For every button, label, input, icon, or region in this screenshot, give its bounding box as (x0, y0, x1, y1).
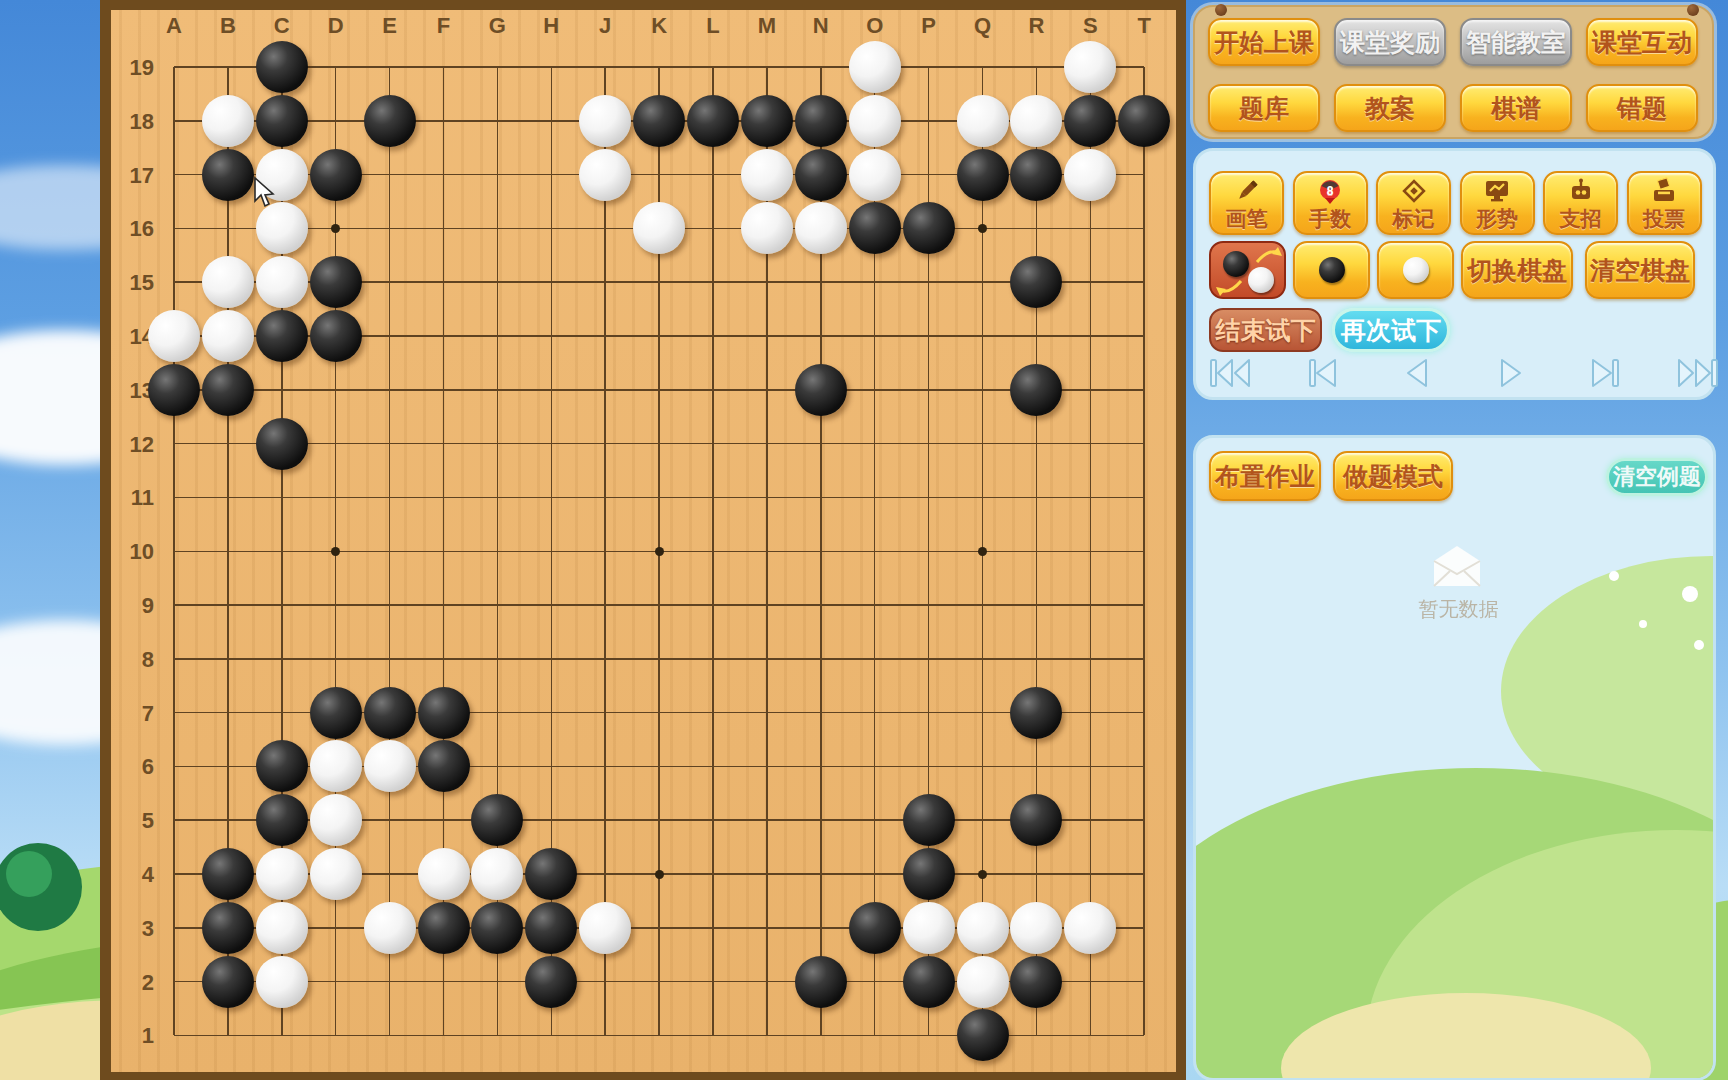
black-stone-R15 (1010, 256, 1062, 308)
white-stone-C15 (256, 256, 308, 308)
column-label: P (914, 13, 944, 39)
row-label: 9 (106, 593, 154, 619)
tool-label: 支招 (1560, 205, 1602, 233)
move-number-icon: 8 (1316, 177, 1344, 205)
select-white-stone-button[interactable] (1377, 241, 1454, 299)
grid-line-horizontal (174, 604, 1144, 606)
black-stone-P4 (903, 848, 955, 900)
deco-dot (1609, 571, 1619, 581)
white-stone-C16 (256, 202, 308, 254)
step-forward-icon (1582, 356, 1626, 390)
white-stone-icon (1403, 257, 1429, 283)
black-stone-B2 (202, 956, 254, 1008)
white-stone-F4 (418, 848, 470, 900)
alternate-stone-toggle-button[interactable] (1209, 241, 1286, 299)
black-stone-G3 (471, 902, 523, 954)
black-stone-O16 (849, 202, 901, 254)
row-label: 16 (106, 216, 154, 242)
top-button-课堂互动[interactable]: 课堂互动 (1586, 18, 1698, 66)
row-label: 11 (106, 485, 154, 511)
black-stone-R7 (1010, 687, 1062, 739)
black-stone-H3 (525, 902, 577, 954)
black-stone-S18 (1064, 95, 1116, 147)
star-point (331, 547, 340, 556)
star-point (978, 547, 987, 556)
black-stone-N13 (795, 364, 847, 416)
skip-last-icon (1676, 356, 1720, 390)
black-stone-F3 (418, 902, 470, 954)
grid-line-vertical (1090, 67, 1092, 1035)
prev-icon (1395, 356, 1439, 390)
column-label: O (860, 13, 890, 39)
top-button-智能教室[interactable]: 智能教室 (1460, 18, 1572, 66)
black-stone-H2 (525, 956, 577, 1008)
white-stone-G4 (471, 848, 523, 900)
row-label: 8 (106, 647, 154, 673)
white-stone-D5 (310, 794, 362, 846)
tool-button-支招[interactable]: 支招 (1543, 171, 1618, 235)
white-stone-icon (1248, 267, 1274, 293)
column-label: J (590, 13, 620, 39)
white-stone-S19 (1064, 41, 1116, 93)
black-stone-G5 (471, 794, 523, 846)
black-stone-K18 (633, 95, 685, 147)
next-button[interactable] (1488, 355, 1534, 391)
column-label: R (1021, 13, 1051, 39)
black-stone-B17 (202, 149, 254, 201)
tool-button-标记[interactable]: 标记 (1376, 171, 1451, 235)
homework-panel: 布置作业 做题模式 清空例题 暂无数据 (1193, 435, 1716, 1080)
top-button-棋谱[interactable]: 棋谱 (1460, 84, 1572, 132)
black-stone-T18 (1118, 95, 1170, 147)
top-button-课堂奖励[interactable]: 课堂奖励 (1334, 18, 1446, 66)
black-stone-B13 (202, 364, 254, 416)
tool-label: 投票 (1643, 205, 1685, 233)
black-stone-Q17 (957, 149, 1009, 201)
white-stone-E3 (364, 902, 416, 954)
top-button-教案[interactable]: 教案 (1334, 84, 1446, 132)
white-stone-J3 (579, 902, 631, 954)
column-label: T (1129, 13, 1159, 39)
grid-line-vertical (1036, 67, 1038, 1035)
white-stone-K16 (633, 202, 685, 254)
star-point (655, 870, 664, 879)
black-stone-B4 (202, 848, 254, 900)
black-stone-C5 (256, 794, 308, 846)
board-edge (1176, 0, 1186, 1080)
column-label: B (213, 13, 243, 39)
row-label: 6 (106, 754, 154, 780)
next-icon (1489, 356, 1533, 390)
row-label: 12 (106, 432, 154, 458)
deco-dot (1682, 586, 1698, 602)
column-label: A (159, 13, 189, 39)
white-stone-Q3 (957, 902, 1009, 954)
tool-label: 手数 (1309, 205, 1351, 233)
grid-line-horizontal (174, 658, 1144, 660)
star-point (978, 870, 987, 879)
row-label: 13 (106, 378, 154, 404)
row-label: 7 (106, 701, 154, 727)
tool-label: 画笔 (1226, 205, 1268, 233)
black-stone-N17 (795, 149, 847, 201)
top-button-错题[interactable]: 错题 (1586, 84, 1698, 132)
column-label: L (698, 13, 728, 39)
prev-button[interactable] (1394, 355, 1440, 391)
deco-dot (1694, 640, 1704, 650)
row-label: 10 (106, 539, 154, 565)
black-stone-H4 (525, 848, 577, 900)
black-stone-icon (1223, 251, 1249, 277)
pin-icon (1687, 4, 1699, 16)
deco-dot (1639, 620, 1647, 628)
black-stone-C12 (256, 418, 308, 470)
white-stone-R3 (1010, 902, 1062, 954)
skip-first-button[interactable] (1207, 355, 1253, 391)
white-stone-O18 (849, 95, 901, 147)
assign-homework-button[interactable]: 布置作业 (1209, 451, 1321, 501)
white-stone-S3 (1064, 902, 1116, 954)
white-stone-C4 (256, 848, 308, 900)
black-stone-R17 (1010, 149, 1062, 201)
mouse-cursor (252, 176, 276, 208)
column-label: Q (968, 13, 998, 39)
column-label: S (1075, 13, 1105, 39)
switch-board-button[interactable]: 切换棋盘 (1461, 241, 1573, 299)
column-label: H (536, 13, 566, 39)
black-stone-D7 (310, 687, 362, 739)
black-stone-P2 (903, 956, 955, 1008)
white-stone-N16 (795, 202, 847, 254)
star-point (655, 547, 664, 556)
row-label: 4 (106, 862, 154, 888)
pin-icon (1215, 4, 1227, 16)
black-stone-N18 (795, 95, 847, 147)
black-stone-F6 (418, 740, 470, 792)
step-back-icon (1302, 356, 1346, 390)
star-point (331, 224, 340, 233)
tool-button-形势[interactable]: 形势 (1460, 171, 1535, 235)
black-stone-L18 (687, 95, 739, 147)
top-button-开始上课[interactable]: 开始上课 (1208, 18, 1320, 66)
black-stone-icon (1319, 257, 1345, 283)
grid-line-vertical (1143, 67, 1145, 1035)
tool-button-手数[interactable]: 8手数 (1293, 171, 1368, 235)
clear-examples-button[interactable]: 清空例题 (1606, 458, 1708, 496)
column-label: F (429, 13, 459, 39)
white-stone-R18 (1010, 95, 1062, 147)
white-stone-B14 (202, 310, 254, 362)
white-stone-J17 (579, 149, 631, 201)
white-stone-D6 (310, 740, 362, 792)
skip-first-icon (1208, 356, 1252, 390)
retry-trial-button[interactable]: 再次试下 (1332, 308, 1450, 352)
white-stone-Q2 (957, 956, 1009, 1008)
tool-label: 标记 (1393, 205, 1435, 233)
board-edge (100, 0, 1186, 10)
column-label: K (644, 13, 674, 39)
go-board[interactable]: ABCDEFGHJKLMNOPQRST191817161514131211109… (100, 0, 1186, 1080)
pencil-icon (1233, 177, 1261, 205)
white-stone-E6 (364, 740, 416, 792)
territory-icon (1483, 177, 1511, 205)
black-stone-A13 (148, 364, 200, 416)
hint-icon (1567, 177, 1595, 205)
top-button-题库[interactable]: 题库 (1208, 84, 1320, 132)
black-stone-C19 (256, 41, 308, 93)
lesson-panel: 开始上课课堂奖励智能教室课堂互动题库教案棋谱错题 (1193, 5, 1714, 139)
quiz-mode-button[interactable]: 做题模式 (1333, 451, 1453, 501)
column-label: G (482, 13, 512, 39)
end-trial-button[interactable]: 结束试下 (1209, 308, 1322, 352)
row-label: 3 (106, 916, 154, 942)
column-label: D (321, 13, 351, 39)
white-stone-Q18 (957, 95, 1009, 147)
white-stone-J18 (579, 95, 631, 147)
white-stone-D4 (310, 848, 362, 900)
white-stone-C2 (256, 956, 308, 1008)
black-stone-R5 (1010, 794, 1062, 846)
swap-arrow-icon (1215, 279, 1245, 297)
column-label: N (806, 13, 836, 39)
row-label: 2 (106, 970, 154, 996)
black-stone-R13 (1010, 364, 1062, 416)
swap-arrow-icon (1253, 246, 1283, 264)
tool-label: 形势 (1476, 205, 1518, 233)
empty-state-text: 暂无数据 (1401, 596, 1516, 623)
black-stone-C14 (256, 310, 308, 362)
black-stone-O3 (849, 902, 901, 954)
white-stone-O19 (849, 41, 901, 93)
empty-envelope-icon (1429, 542, 1485, 590)
white-stone-A14 (148, 310, 200, 362)
clear-board-button[interactable]: 清空棋盘 (1585, 241, 1695, 299)
white-stone-M17 (741, 149, 793, 201)
tool-button-投票[interactable]: 投票 (1627, 171, 1702, 235)
vote-icon (1650, 177, 1678, 205)
black-stone-D14 (310, 310, 362, 362)
row-label: 19 (106, 55, 154, 81)
white-stone-P3 (903, 902, 955, 954)
select-black-stone-button[interactable] (1293, 241, 1370, 299)
black-stone-B3 (202, 902, 254, 954)
white-stone-C3 (256, 902, 308, 954)
black-stone-C18 (256, 95, 308, 147)
white-stone-B15 (202, 256, 254, 308)
star-point (978, 224, 987, 233)
grid-line-vertical (712, 67, 714, 1035)
white-stone-B18 (202, 95, 254, 147)
tool-button-画笔[interactable]: 画笔 (1209, 171, 1284, 235)
mark-icon (1400, 177, 1428, 205)
row-label: 17 (106, 163, 154, 189)
skip-last-button[interactable] (1675, 355, 1721, 391)
row-label: 15 (106, 270, 154, 296)
row-label: 14 (106, 324, 154, 350)
black-stone-E7 (364, 687, 416, 739)
svg-text:8: 8 (1327, 184, 1334, 198)
column-label: E (375, 13, 405, 39)
row-label: 1 (106, 1023, 154, 1049)
tools-panel: 切换棋盘 清空棋盘 结束试下 再次试下 画笔8手数标记形势支招投票 (1193, 148, 1716, 400)
step-forward-button[interactable] (1581, 355, 1627, 391)
bush-highlight (6, 851, 52, 897)
black-stone-Q1 (957, 1009, 1009, 1061)
row-label: 5 (106, 808, 154, 834)
black-stone-C6 (256, 740, 308, 792)
black-stone-P5 (903, 794, 955, 846)
column-label: M (752, 13, 782, 39)
black-stone-P16 (903, 202, 955, 254)
black-stone-M18 (741, 95, 793, 147)
black-stone-E18 (364, 95, 416, 147)
column-label: C (267, 13, 297, 39)
row-label: 18 (106, 109, 154, 135)
white-stone-O17 (849, 149, 901, 201)
white-stone-M16 (741, 202, 793, 254)
black-stone-N2 (795, 956, 847, 1008)
white-stone-S17 (1064, 149, 1116, 201)
black-stone-D17 (310, 149, 362, 201)
black-stone-R2 (1010, 956, 1062, 1008)
black-stone-F7 (418, 687, 470, 739)
step-back-button[interactable] (1301, 355, 1347, 391)
board-edge (100, 1072, 1186, 1080)
black-stone-D15 (310, 256, 362, 308)
